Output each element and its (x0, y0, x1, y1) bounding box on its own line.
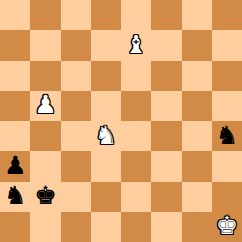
square-c5[interactable] (61, 91, 91, 121)
square-g4[interactable] (182, 121, 212, 151)
square-a1[interactable] (0, 212, 30, 242)
square-d3[interactable] (91, 151, 121, 181)
square-d6[interactable] (91, 61, 121, 91)
square-d4[interactable]: ♞ (91, 121, 121, 151)
square-g8[interactable] (182, 0, 212, 30)
square-b3[interactable] (30, 151, 60, 181)
square-e5[interactable] (121, 91, 151, 121)
square-h5[interactable] (212, 91, 242, 121)
square-f6[interactable] (151, 61, 181, 91)
square-h6[interactable] (212, 61, 242, 91)
white-bishop-piece[interactable]: ♝ (125, 32, 147, 57)
square-c2[interactable] (61, 182, 91, 212)
square-e4[interactable] (121, 121, 151, 151)
square-f5[interactable] (151, 91, 181, 121)
square-d1[interactable] (91, 212, 121, 242)
white-pawn-piece[interactable]: ♟ (34, 92, 56, 117)
square-f2[interactable] (151, 182, 181, 212)
black-pawn-piece[interactable]: ♟ (4, 153, 26, 178)
square-e7[interactable]: ♝ (121, 30, 151, 60)
square-d8[interactable] (91, 0, 121, 30)
square-a3[interactable]: ♟ (0, 151, 30, 181)
square-b8[interactable] (30, 0, 60, 30)
square-a4[interactable] (0, 121, 30, 151)
square-h4[interactable]: ♞ (212, 121, 242, 151)
square-g6[interactable] (182, 61, 212, 91)
square-c1[interactable] (61, 212, 91, 242)
square-g7[interactable] (182, 30, 212, 60)
square-d7[interactable] (91, 30, 121, 60)
square-b7[interactable] (30, 30, 60, 60)
square-b2[interactable]: ♚ (30, 182, 60, 212)
square-d5[interactable] (91, 91, 121, 121)
square-e2[interactable] (121, 182, 151, 212)
white-knight-piece[interactable]: ♞ (95, 123, 117, 148)
square-h7[interactable] (212, 30, 242, 60)
square-f3[interactable] (151, 151, 181, 181)
square-c7[interactable] (61, 30, 91, 60)
white-king-piece[interactable]: ♚ (216, 213, 238, 238)
square-a7[interactable] (0, 30, 30, 60)
square-a6[interactable] (0, 61, 30, 91)
square-c3[interactable] (61, 151, 91, 181)
square-h2[interactable] (212, 182, 242, 212)
square-b6[interactable] (30, 61, 60, 91)
square-g1[interactable] (182, 212, 212, 242)
square-f4[interactable] (151, 121, 181, 151)
square-d2[interactable] (91, 182, 121, 212)
square-c4[interactable] (61, 121, 91, 151)
square-g3[interactable] (182, 151, 212, 181)
square-g2[interactable] (182, 182, 212, 212)
square-e3[interactable] (121, 151, 151, 181)
square-e8[interactable] (121, 0, 151, 30)
square-g5[interactable] (182, 91, 212, 121)
square-f7[interactable] (151, 30, 181, 60)
square-h1[interactable]: ♚ (212, 212, 242, 242)
square-c6[interactable] (61, 61, 91, 91)
black-knight-piece[interactable]: ♞ (216, 123, 238, 148)
square-e1[interactable] (121, 212, 151, 242)
square-c8[interactable] (61, 0, 91, 30)
square-e6[interactable] (121, 61, 151, 91)
square-a5[interactable] (0, 91, 30, 121)
square-b4[interactable] (30, 121, 60, 151)
square-a8[interactable] (0, 0, 30, 30)
square-f1[interactable] (151, 212, 181, 242)
black-king-piece[interactable]: ♚ (34, 183, 56, 208)
chess-board: ♝♟♞♞♟♞♚♚ (0, 0, 242, 242)
black-knight-piece[interactable]: ♞ (4, 183, 26, 208)
square-b1[interactable] (30, 212, 60, 242)
square-h3[interactable] (212, 151, 242, 181)
square-a2[interactable]: ♞ (0, 182, 30, 212)
square-b5[interactable]: ♟ (30, 91, 60, 121)
square-f8[interactable] (151, 0, 181, 30)
square-h8[interactable] (212, 0, 242, 30)
